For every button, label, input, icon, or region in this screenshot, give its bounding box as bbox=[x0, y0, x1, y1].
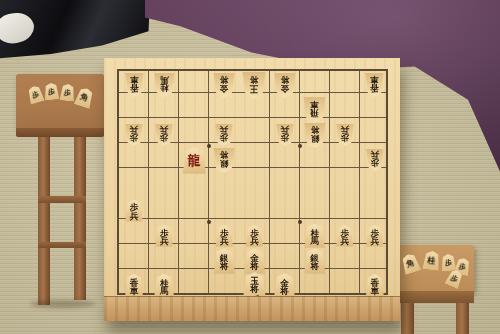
gote-komadai-leg bbox=[38, 137, 50, 305]
piece-gote-歩兵-23[interactable]: 歩 兵 bbox=[336, 124, 354, 146]
piece-gote-飛車-32[interactable]: 飛 車 bbox=[303, 97, 326, 123]
piece-sente-銀将-68[interactable]: 銀 将 bbox=[213, 248, 235, 273]
board-grid[interactable]: 香 車桂 馬金 将王 将金 将香 車飛 車歩 兵歩 兵歩 兵歩 兵銀 将歩 兵龍… bbox=[117, 69, 388, 295]
scene: 香 車桂 馬金 将王 将金 将香 車飛 車歩 兵歩 兵歩 兵歩 兵銀 将歩 兵龍… bbox=[0, 0, 500, 334]
hoshi-dot bbox=[207, 144, 211, 148]
piece-sente-歩兵-17[interactable]: 歩 兵 bbox=[366, 225, 384, 247]
piece-gote-歩兵-14[interactable]: 歩 兵 bbox=[366, 149, 384, 171]
piece-gote-歩兵-43[interactable]: 歩 兵 bbox=[276, 124, 294, 146]
piece-gote-銀将-33[interactable]: 銀 将 bbox=[304, 123, 326, 148]
gote-komadai-rail bbox=[38, 196, 86, 203]
gote-komadai-leg bbox=[74, 137, 86, 300]
piece-sente-歩兵-57[interactable]: 歩 兵 bbox=[245, 225, 263, 247]
piece-gote-香車-91[interactable]: 香 車 bbox=[125, 73, 144, 97]
piece-gote-桂馬-81[interactable]: 桂 馬 bbox=[154, 73, 175, 97]
gote-komadai-rail bbox=[38, 242, 86, 248]
sente-komadai-edge bbox=[394, 291, 474, 303]
piece-gote-香車-11[interactable]: 香 車 bbox=[365, 73, 384, 97]
hoshi-dot bbox=[298, 144, 302, 148]
piece-sente-金将-58[interactable]: 金 将 bbox=[243, 248, 265, 273]
piece-gote-銀将-64[interactable]: 銀 将 bbox=[213, 148, 235, 173]
piece-sente-桂馬-37[interactable]: 桂 馬 bbox=[304, 224, 325, 248]
piece-sente-金将-49[interactable]: 金 将 bbox=[274, 273, 296, 298]
hoshi-dot bbox=[207, 220, 211, 224]
piece-gote-歩兵-83[interactable]: 歩 兵 bbox=[155, 124, 173, 146]
gote-komadai-table bbox=[16, 74, 104, 130]
piece-sente-銀将-38[interactable]: 銀 将 bbox=[304, 248, 326, 273]
piece-sente-歩兵-96[interactable]: 歩 兵 bbox=[125, 200, 143, 222]
shogi-board[interactable]: 香 車桂 馬金 将王 将金 将香 車飛 車歩 兵歩 兵歩 兵歩 兵銀 将歩 兵龍… bbox=[104, 58, 400, 320]
piece-sente-香車-99[interactable]: 香 車 bbox=[125, 274, 144, 298]
sente-komadai-leg bbox=[456, 303, 469, 334]
board-front-face bbox=[104, 296, 400, 321]
piece-sente-桂馬-89[interactable]: 桂 馬 bbox=[154, 274, 175, 298]
piece-sente-龍-74[interactable]: 龍 bbox=[182, 147, 206, 174]
piece-gote-金将-61[interactable]: 金 将 bbox=[213, 73, 235, 98]
piece-sente-香車-19[interactable]: 香 車 bbox=[365, 274, 384, 298]
gote-komadai-edge bbox=[16, 128, 104, 137]
piece-gote-金将-41[interactable]: 金 将 bbox=[274, 73, 296, 98]
gote-komadai-shadow bbox=[30, 300, 96, 308]
piece-sente-歩兵-27[interactable]: 歩 兵 bbox=[336, 225, 354, 247]
piece-gote-王将-51[interactable]: 王 将 bbox=[242, 72, 266, 99]
piece-gote-歩兵-93[interactable]: 歩 兵 bbox=[125, 124, 143, 146]
piece-sente-歩兵-67[interactable]: 歩 兵 bbox=[215, 225, 233, 247]
hoshi-dot bbox=[298, 220, 302, 224]
piece-sente-歩兵-87[interactable]: 歩 兵 bbox=[155, 225, 173, 247]
sente-komadai-leg bbox=[401, 303, 414, 334]
piece-gote-歩兵-63[interactable]: 歩 兵 bbox=[215, 124, 233, 146]
